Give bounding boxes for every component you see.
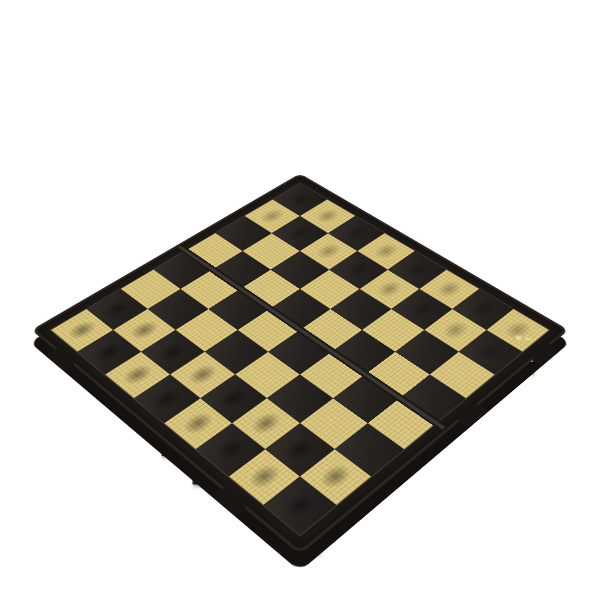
board-case: ♜♟♟♜♞♟♟♞♝♟♟♝♛♟♟♛♚♟♟♚♝♟♟♝♞♟♟♞♜♟♟♜ (31, 173, 568, 554)
chess-board: ♜♟♟♜♞♟♟♞♝♟♟♝♛♟♟♛♚♟♟♚♝♟♟♝♞♟♟♞♜♟♟♜ (50, 183, 551, 537)
folding-magnetic-chess-set: ♜♟♟♜♞♟♟♞♝♟♟♝♛♟♟♛♚♟♟♚♝♟♟♝♞♟♟♞♜♟♟♜ (31, 173, 568, 554)
product-photo-scene: ♜♟♟♜♞♟♟♞♝♟♟♝♛♟♟♛♚♟♟♚♝♟♟♝♞♟♟♞♜♟♟♜ (0, 0, 600, 600)
